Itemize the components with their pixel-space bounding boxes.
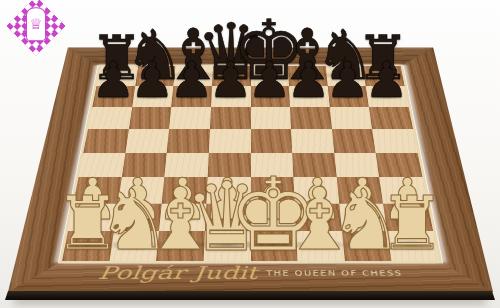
square-f5	[291, 129, 334, 152]
branding-area: Polgár JuditTHE QUEEN OF CHESS	[9, 263, 491, 285]
square-a4	[78, 153, 125, 178]
square-d5	[208, 129, 250, 152]
queen-icon: ♕	[29, 17, 42, 32]
square-h8	[363, 66, 404, 86]
board-playing-area	[58, 65, 441, 263]
square-a6	[87, 107, 131, 129]
square-c6	[169, 107, 211, 129]
square-g8	[325, 66, 365, 86]
square-e2	[250, 203, 296, 231]
queen-of-chess-logo: ♕	[4, 0, 68, 58]
square-e7	[250, 86, 290, 107]
square-g1	[341, 231, 391, 261]
signature: Polgár Judit	[97, 263, 257, 283]
square-d6	[209, 107, 250, 129]
square-b4	[121, 153, 166, 178]
square-h5	[372, 129, 417, 152]
square-a5	[83, 129, 128, 152]
square-e8	[250, 66, 289, 86]
square-b6	[128, 107, 171, 129]
square-a7	[92, 86, 135, 107]
square-c8	[173, 66, 212, 86]
square-g6	[329, 107, 372, 129]
square-f8	[288, 66, 327, 86]
square-h7	[366, 86, 409, 107]
square-h1	[387, 231, 438, 261]
square-b5	[125, 129, 169, 152]
square-g2	[339, 203, 387, 231]
square-f2	[294, 203, 341, 231]
square-f1	[296, 231, 345, 261]
square-h4	[375, 153, 422, 178]
square-f7	[289, 86, 330, 107]
square-c1	[156, 231, 205, 261]
square-d2	[204, 203, 250, 231]
square-c4	[164, 153, 208, 178]
square-d4	[207, 153, 250, 178]
square-g3	[336, 177, 383, 203]
square-e6	[250, 107, 291, 129]
logo-queen-figure: ♕	[26, 7, 46, 41]
square-f6	[290, 107, 332, 129]
chess-board: Polgár JuditTHE QUEEN OF CHESS	[8, 48, 493, 292]
square-b1	[109, 231, 159, 261]
square-c3	[161, 177, 207, 203]
square-b8	[134, 66, 174, 86]
square-c7	[171, 86, 212, 107]
square-e3	[250, 177, 294, 203]
square-c2	[159, 203, 206, 231]
square-g5	[331, 129, 375, 152]
square-f3	[293, 177, 339, 203]
square-d7	[210, 86, 250, 107]
square-c5	[166, 129, 209, 152]
square-g7	[327, 86, 369, 107]
square-a1	[62, 231, 113, 261]
square-b3	[117, 177, 164, 203]
square-a8	[96, 66, 137, 86]
square-d8	[211, 66, 250, 86]
square-h3	[379, 177, 427, 203]
square-e5	[250, 129, 292, 152]
square-a2	[67, 203, 117, 231]
square-e4	[250, 153, 293, 178]
square-d1	[203, 231, 250, 261]
square-d3	[206, 177, 250, 203]
square-a3	[73, 177, 121, 203]
square-g4	[334, 153, 379, 178]
board-side-edge	[0, 291, 500, 300]
square-b7	[131, 86, 173, 107]
square-h6	[369, 107, 413, 129]
square-h2	[383, 203, 433, 231]
square-e1	[250, 231, 297, 261]
square-b2	[113, 203, 161, 231]
square-f4	[292, 153, 336, 178]
tagline: THE QUEEN OF CHESS	[266, 270, 403, 277]
board-frame-top	[63, 48, 437, 65]
photo-scene: Polgár JuditTHE QUEEN OF CHESS ♜♞♝♛♚♝♞♜♟…	[0, 0, 500, 308]
